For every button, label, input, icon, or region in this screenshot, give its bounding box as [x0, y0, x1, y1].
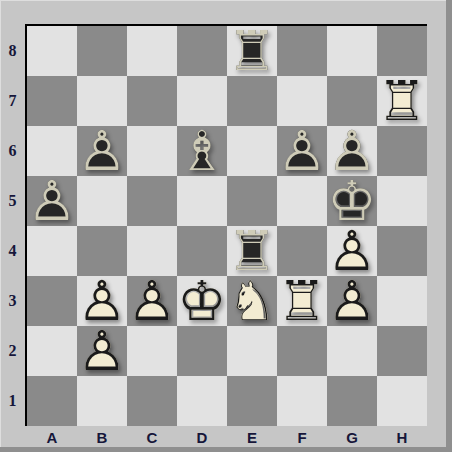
square-c7[interactable] [127, 76, 177, 126]
square-d1[interactable] [177, 376, 227, 426]
square-h3[interactable] [377, 276, 427, 326]
file-label-c: C [127, 427, 177, 448]
pawn-outline-glyph: ♙ [327, 276, 377, 326]
file-label-g: G [327, 427, 377, 448]
rank-label-6: 6 [0, 126, 25, 176]
rank-label-4: 4 [0, 226, 25, 276]
rank-label-3: 3 [0, 276, 25, 326]
square-c2[interactable] [127, 326, 177, 376]
square-a3[interactable] [27, 276, 77, 326]
king-outline-glyph: ♔ [177, 276, 227, 326]
rank-label-1: 1 [0, 376, 25, 426]
square-b2[interactable]: ♟♙ [77, 326, 127, 376]
square-c1[interactable] [127, 376, 177, 426]
white-pawn[interactable]: ♟♙ [77, 326, 127, 376]
square-c3[interactable]: ♟♙ [127, 276, 177, 326]
square-h4[interactable] [377, 226, 427, 276]
square-f1[interactable] [277, 376, 327, 426]
file-label-d: D [177, 427, 227, 448]
panel-edge-right [446, 0, 452, 452]
square-d3[interactable]: ♚♔ [177, 276, 227, 326]
square-a8[interactable] [27, 26, 77, 76]
square-a2[interactable] [27, 326, 77, 376]
file-label-f: F [277, 427, 327, 448]
knight-outline-glyph: ♘ [227, 276, 277, 326]
square-b5[interactable] [77, 176, 127, 226]
square-e7[interactable] [227, 76, 277, 126]
square-c5[interactable] [127, 176, 177, 226]
file-labels: ABCDEFGH [27, 427, 427, 448]
square-h7[interactable]: ♜♖ [377, 76, 427, 126]
black-rook[interactable]: ♜♖ [227, 26, 277, 76]
file-label-b: B [77, 427, 127, 448]
white-pawn[interactable]: ♟♙ [127, 276, 177, 326]
pawn-outline-glyph: ♙ [127, 276, 177, 326]
bishop-outline-glyph: ♗ [177, 126, 227, 176]
square-b1[interactable] [77, 376, 127, 426]
board-panel: 87654321 ♜♖♜♖♟♙♝♗♟♙♟♙♟♙♚♔♜♖♟♙♟♙♟♙♚♔♞♘♜♖♟… [0, 0, 452, 452]
rank-labels: 87654321 [0, 26, 25, 426]
file-label-e: E [227, 427, 277, 448]
white-king[interactable]: ♚♔ [177, 276, 227, 326]
file-label-a: A [27, 427, 77, 448]
square-f8[interactable] [277, 26, 327, 76]
square-f5[interactable] [277, 176, 327, 226]
square-e6[interactable] [227, 126, 277, 176]
rank-label-5: 5 [0, 176, 25, 226]
white-pawn[interactable]: ♟♙ [327, 276, 377, 326]
square-g1[interactable] [327, 376, 377, 426]
square-a5[interactable]: ♟♙ [27, 176, 77, 226]
square-e3[interactable]: ♞♘ [227, 276, 277, 326]
square-h1[interactable] [377, 376, 427, 426]
black-pawn[interactable]: ♟♙ [77, 126, 127, 176]
square-g2[interactable] [327, 326, 377, 376]
square-d2[interactable] [177, 326, 227, 376]
black-bishop[interactable]: ♝♗ [177, 126, 227, 176]
white-rook[interactable]: ♜♖ [377, 76, 427, 126]
square-d6[interactable]: ♝♗ [177, 126, 227, 176]
square-f2[interactable] [277, 326, 327, 376]
black-pawn[interactable]: ♟♙ [277, 126, 327, 176]
pawn-outline-glyph: ♙ [277, 126, 327, 176]
square-a1[interactable] [27, 376, 77, 426]
pawn-outline-glyph: ♙ [77, 326, 127, 376]
square-h6[interactable] [377, 126, 427, 176]
square-h2[interactable] [377, 326, 427, 376]
square-g8[interactable] [327, 26, 377, 76]
square-e1[interactable] [227, 376, 277, 426]
rank-label-8: 8 [0, 26, 25, 76]
rook-outline-glyph: ♖ [277, 276, 327, 326]
white-knight[interactable]: ♞♘ [227, 276, 277, 326]
square-c6[interactable] [127, 126, 177, 176]
pawn-outline-glyph: ♙ [77, 126, 127, 176]
rank-label-2: 2 [0, 326, 25, 376]
square-d5[interactable] [177, 176, 227, 226]
panel-edge-bottom [0, 447, 452, 452]
pawn-outline-glyph: ♙ [27, 176, 77, 226]
square-e2[interactable] [227, 326, 277, 376]
panel-highlight-top [0, 0, 452, 1]
square-c8[interactable] [127, 26, 177, 76]
square-b6[interactable]: ♟♙ [77, 126, 127, 176]
square-g3[interactable]: ♟♙ [327, 276, 377, 326]
rook-outline-glyph: ♖ [227, 26, 277, 76]
square-e8[interactable]: ♜♖ [227, 26, 277, 76]
black-pawn[interactable]: ♟♙ [27, 176, 77, 226]
square-f6[interactable]: ♟♙ [277, 126, 327, 176]
square-f3[interactable]: ♜♖ [277, 276, 327, 326]
file-label-h: H [377, 427, 427, 448]
chess-board: ♜♖♜♖♟♙♝♗♟♙♟♙♟♙♚♔♜♖♟♙♟♙♟♙♚♔♞♘♜♖♟♙♟♙ [25, 24, 427, 426]
square-d8[interactable] [177, 26, 227, 76]
rank-label-7: 7 [0, 76, 25, 126]
white-rook[interactable]: ♜♖ [277, 276, 327, 326]
square-h5[interactable] [377, 176, 427, 226]
rook-outline-glyph: ♖ [377, 76, 427, 126]
square-a4[interactable] [27, 226, 77, 276]
square-b8[interactable] [77, 26, 127, 76]
square-a7[interactable] [27, 76, 77, 126]
